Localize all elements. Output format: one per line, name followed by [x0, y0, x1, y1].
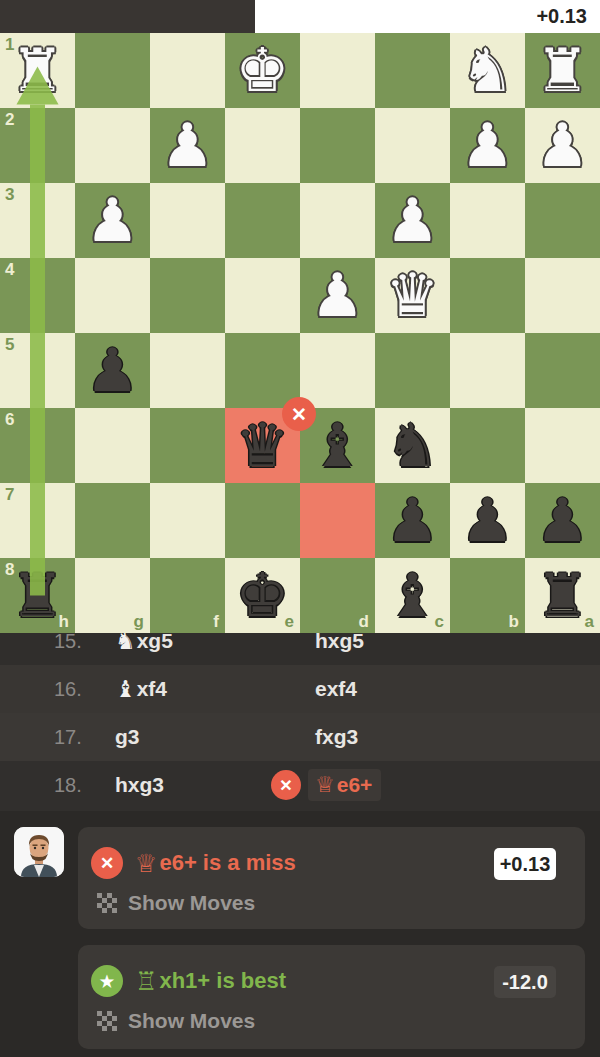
move-row-18: 18. hxg3 ✕ ♕ e6+ [0, 761, 600, 809]
square-a3[interactable] [525, 183, 600, 258]
file-label-e: e [285, 612, 294, 632]
square-a8[interactable]: a♜ [525, 558, 600, 633]
square-e8[interactable]: e♚ [225, 558, 300, 633]
square-g1[interactable] [75, 33, 150, 108]
move-list[interactable]: 15. ♞xg5 hxg5 16. ♝xf4 exf4 17. g3 fxg3 … [0, 633, 600, 811]
square-h4[interactable]: 4 [0, 258, 75, 333]
piece-black-pawn[interactable]: ♟ [525, 483, 600, 558]
square-f7[interactable] [150, 483, 225, 558]
best-star-icon: ★ [91, 965, 123, 997]
piece-white-pawn[interactable]: ♟ [450, 108, 525, 183]
square-c3[interactable]: ♟ [375, 183, 450, 258]
square-a1[interactable]: ♜ [525, 33, 600, 108]
square-e1[interactable]: ♚ [225, 33, 300, 108]
white-move[interactable]: g3 [115, 725, 315, 749]
best-move-card: ★ ♖ xh1+ is best -12.0 Show Moves [78, 945, 585, 1049]
move-row-16: 16. ♝xf4 exf4 [0, 665, 600, 713]
square-c7[interactable]: ♟ [375, 483, 450, 558]
rank-label-1: 1 [5, 35, 14, 55]
piece-white-queen[interactable]: ♛ [375, 258, 450, 333]
miss-verdict-line: ✕ ♕ e6+ is a miss [91, 847, 296, 879]
square-h1[interactable]: 1♜ [0, 33, 75, 108]
mini-board-icon [97, 893, 117, 913]
square-d2[interactable] [300, 108, 375, 183]
move-number: 17. [54, 726, 115, 749]
bishop-figurine-icon: ♝ [115, 676, 136, 702]
square-h5[interactable]: 5 [0, 333, 75, 408]
square-h3[interactable]: 3 [0, 183, 75, 258]
miss-analysis-card: ✕ ♕ e6+ is a miss +0.13 Show Moves [78, 827, 585, 929]
eval-badge: -12.0 [494, 966, 556, 998]
square-b5[interactable] [450, 333, 525, 408]
black-move[interactable]: fxg3 [315, 725, 358, 749]
move-number: 15. [54, 633, 115, 653]
black-move[interactable]: hxg5 [315, 633, 364, 653]
square-b4[interactable] [450, 258, 525, 333]
square-e3[interactable] [225, 183, 300, 258]
square-c8[interactable]: c♝ [375, 558, 450, 633]
square-g5[interactable]: ♟ [75, 333, 150, 408]
miss-x-icon: ✕ [282, 397, 316, 431]
miss-x-icon: ✕ [91, 847, 123, 879]
piece-black-pawn[interactable]: ♟ [375, 483, 450, 558]
file-label-f: f [213, 612, 219, 632]
square-b8[interactable]: b [450, 558, 525, 633]
square-f4[interactable] [150, 258, 225, 333]
square-e5[interactable] [225, 333, 300, 408]
piece-black-pawn[interactable]: ♟ [75, 333, 150, 408]
square-a2[interactable]: ♟ [525, 108, 600, 183]
square-a6[interactable] [525, 408, 600, 483]
square-b3[interactable] [450, 183, 525, 258]
move-row-15: 15. ♞xg5 hxg5 [0, 633, 600, 665]
file-label-g: g [134, 612, 144, 632]
square-g4[interactable] [75, 258, 150, 333]
move-row-17: 17. g3 fxg3 [0, 713, 600, 761]
miss-x-icon: ✕ [271, 770, 301, 800]
rank-label-7: 7 [5, 485, 14, 505]
piece-white-pawn[interactable]: ♟ [300, 258, 375, 333]
evaluation-score: +0.13 [536, 0, 587, 33]
square-f6[interactable] [150, 408, 225, 483]
square-d1[interactable] [300, 33, 375, 108]
avatar-image [14, 827, 64, 877]
piece-white-pawn[interactable]: ♟ [525, 108, 600, 183]
square-a7[interactable]: ♟ [525, 483, 600, 558]
square-f3[interactable] [150, 183, 225, 258]
square-c2[interactable] [375, 108, 450, 183]
square-c5[interactable] [375, 333, 450, 408]
queen-figurine-icon: ♕ [315, 772, 335, 797]
piece-white-pawn[interactable]: ♟ [150, 108, 225, 183]
chess-board[interactable]: 1♜♚♞♜2♟♟♟3♟♟4♟♛5♟6♛♝♞7♟♟♟8h♜gfe♚dc♝ba♜ ✕ [0, 33, 600, 633]
piece-white-pawn[interactable]: ♟ [75, 183, 150, 258]
square-f5[interactable] [150, 333, 225, 408]
evaluation-bar-black-side [0, 0, 255, 33]
black-move-miss[interactable]: ✕ ♕ e6+ [315, 769, 381, 801]
square-f1[interactable] [150, 33, 225, 108]
piece-white-king[interactable]: ♚ [225, 33, 300, 108]
file-label-d: d [359, 612, 369, 632]
miss-move-chip[interactable]: ♕ e6+ [308, 769, 381, 801]
rank-label-8: 8 [5, 560, 14, 580]
miss-verdict-text: ♕ e6+ is a miss [135, 849, 296, 878]
piece-white-pawn[interactable]: ♟ [375, 183, 450, 258]
square-e2[interactable] [225, 108, 300, 183]
square-h8[interactable]: 8h♜ [0, 558, 75, 633]
square-g7[interactable] [75, 483, 150, 558]
square-e4[interactable] [225, 258, 300, 333]
square-c6[interactable]: ♞ [375, 408, 450, 483]
eval-badge: +0.13 [494, 848, 556, 880]
queen-figurine-icon: ♕ [135, 849, 157, 878]
mini-board-icon [97, 1011, 117, 1031]
evaluation-bar: +0.13 [0, 0, 600, 33]
piece-black-pawn[interactable]: ♟ [450, 483, 525, 558]
show-moves-button[interactable]: Show Moves [97, 1009, 255, 1033]
square-b6[interactable] [450, 408, 525, 483]
square-a4[interactable] [525, 258, 600, 333]
player-avatar[interactable] [14, 827, 64, 877]
square-b7[interactable]: ♟ [450, 483, 525, 558]
square-g6[interactable] [75, 408, 150, 483]
square-f2[interactable]: ♟ [150, 108, 225, 183]
square-d7[interactable] [300, 483, 375, 558]
piece-black-knight[interactable]: ♞ [375, 408, 450, 483]
square-a5[interactable] [525, 333, 600, 408]
square-d4[interactable]: ♟ [300, 258, 375, 333]
square-d3[interactable] [300, 183, 375, 258]
square-d5[interactable] [300, 333, 375, 408]
white-move[interactable]: ♝xf4 [115, 676, 315, 702]
analysis-panel: ✕ ♕ e6+ is a miss +0.13 Show Moves ★ [0, 811, 600, 1057]
rank-label-3: 3 [5, 185, 14, 205]
white-move[interactable]: ♞xg5 [115, 633, 315, 654]
square-e7[interactable] [225, 483, 300, 558]
move-number: 18. [54, 774, 115, 797]
file-label-a: a [585, 612, 594, 632]
best-verdict-line: ★ ♖ xh1+ is best [91, 965, 286, 997]
rank-label-6: 6 [5, 410, 14, 430]
move-number: 16. [54, 678, 115, 701]
square-h2[interactable]: 2 [0, 108, 75, 183]
file-label-c: c [435, 612, 444, 632]
piece-white-rook[interactable]: ♜ [525, 33, 600, 108]
file-label-h: h [59, 612, 69, 632]
square-b2[interactable]: ♟ [450, 108, 525, 183]
black-move[interactable]: exf4 [315, 677, 357, 701]
best-verdict-text: ♖ xh1+ is best [135, 967, 286, 996]
square-g3[interactable]: ♟ [75, 183, 150, 258]
knight-figurine-icon: ♞ [115, 633, 136, 654]
square-d8[interactable]: d [300, 558, 375, 633]
file-label-b: b [509, 612, 519, 632]
rank-label-4: 4 [5, 260, 14, 280]
square-h7[interactable]: 7 [0, 483, 75, 558]
square-c4[interactable]: ♛ [375, 258, 450, 333]
piece-white-knight[interactable]: ♞ [450, 33, 525, 108]
square-b1[interactable]: ♞ [450, 33, 525, 108]
rook-figurine-icon: ♖ [135, 967, 157, 996]
square-f8[interactable]: f [150, 558, 225, 633]
square-c1[interactable] [375, 33, 450, 108]
show-moves-button[interactable]: Show Moves [97, 891, 255, 915]
square-h6[interactable]: 6 [0, 408, 75, 483]
rank-label-5: 5 [5, 335, 14, 355]
square-g2[interactable] [75, 108, 150, 183]
square-g8[interactable]: g [75, 558, 150, 633]
rank-label-2: 2 [5, 110, 14, 130]
